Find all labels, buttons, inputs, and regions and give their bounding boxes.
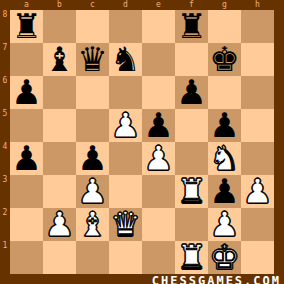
square-h6 — [241, 76, 274, 109]
square-a2 — [10, 208, 43, 241]
rank-label-6: 6 — [0, 76, 10, 109]
file-label-h: h — [241, 0, 274, 10]
square-f6: ♟ — [175, 76, 208, 109]
file-label-c: c — [76, 0, 109, 10]
square-f8: ♜ — [175, 10, 208, 43]
file-label-b: b — [43, 0, 76, 10]
square-c2: ♝ — [76, 208, 109, 241]
piece-white-pawn: ♟ — [142, 142, 175, 175]
square-a4: ♟ — [10, 142, 43, 175]
piece-white-king: ♚ — [208, 241, 241, 274]
piece-black-bishop: ♝ — [43, 43, 76, 76]
file-labels: abcdefgh — [10, 0, 274, 10]
square-h5 — [241, 109, 274, 142]
piece-black-rook: ♜ — [175, 10, 208, 43]
square-g1: ♚ — [208, 241, 241, 274]
square-e4: ♟ — [142, 142, 175, 175]
piece-black-knight: ♞ — [109, 43, 142, 76]
square-f3: ♜ — [175, 175, 208, 208]
piece-black-king: ♚ — [208, 43, 241, 76]
square-f5 — [175, 109, 208, 142]
piece-white-rook: ♜ — [175, 175, 208, 208]
file-label-g: g — [208, 0, 241, 10]
square-b2: ♟ — [43, 208, 76, 241]
piece-white-queen: ♛ — [109, 208, 142, 241]
square-d5: ♟ — [109, 109, 142, 142]
square-e8 — [142, 10, 175, 43]
piece-white-pawn: ♟ — [109, 109, 142, 142]
square-b1 — [43, 241, 76, 274]
square-d1 — [109, 241, 142, 274]
square-g7: ♚ — [208, 43, 241, 76]
piece-white-bishop: ♝ — [76, 208, 109, 241]
rank-label-7: 7 — [0, 43, 10, 76]
rank-label-5: 5 — [0, 109, 10, 142]
square-a3 — [10, 175, 43, 208]
piece-black-pawn: ♟ — [175, 76, 208, 109]
piece-black-queen: ♛ — [76, 43, 109, 76]
square-f1: ♜ — [175, 241, 208, 274]
square-h8 — [241, 10, 274, 43]
file-label-e: e — [142, 0, 175, 10]
piece-black-pawn: ♟ — [10, 76, 43, 109]
square-e2 — [142, 208, 175, 241]
rank-label-3: 3 — [0, 175, 10, 208]
chess-diagram: abcdefgh 87654321 ♜♜♝♛♞♚♟♟♟♟♟♟♟♟♞♟♜♟♟♟♝♛… — [0, 0, 284, 284]
file-label-d: d — [109, 0, 142, 10]
square-d4 — [109, 142, 142, 175]
rank-label-8: 8 — [0, 10, 10, 43]
rank-label-1: 1 — [0, 241, 10, 274]
square-d2: ♛ — [109, 208, 142, 241]
piece-white-pawn: ♟ — [43, 208, 76, 241]
piece-black-pawn: ♟ — [10, 142, 43, 175]
chess-board: ♜♜♝♛♞♚♟♟♟♟♟♟♟♟♞♟♜♟♟♟♝♛♟♜♚ — [10, 10, 274, 274]
square-h3: ♟ — [241, 175, 274, 208]
square-b5 — [43, 109, 76, 142]
square-a8: ♜ — [10, 10, 43, 43]
square-a6: ♟ — [10, 76, 43, 109]
square-c1 — [76, 241, 109, 274]
square-h1 — [241, 241, 274, 274]
square-c7: ♛ — [76, 43, 109, 76]
rank-label-2: 2 — [0, 208, 10, 241]
square-b6 — [43, 76, 76, 109]
square-b7: ♝ — [43, 43, 76, 76]
square-e3 — [142, 175, 175, 208]
piece-black-rook: ♜ — [10, 10, 43, 43]
square-a1 — [10, 241, 43, 274]
piece-white-rook: ♜ — [175, 241, 208, 274]
piece-white-pawn: ♟ — [241, 175, 274, 208]
square-e1 — [142, 241, 175, 274]
square-c6 — [76, 76, 109, 109]
square-h2 — [241, 208, 274, 241]
chessgames-credit: CHESSGAMES.COM — [152, 274, 281, 284]
rank-labels: 87654321 — [0, 10, 10, 274]
square-e7 — [142, 43, 175, 76]
square-b4 — [43, 142, 76, 175]
rank-label-4: 4 — [0, 142, 10, 175]
square-d7: ♞ — [109, 43, 142, 76]
square-h7 — [241, 43, 274, 76]
